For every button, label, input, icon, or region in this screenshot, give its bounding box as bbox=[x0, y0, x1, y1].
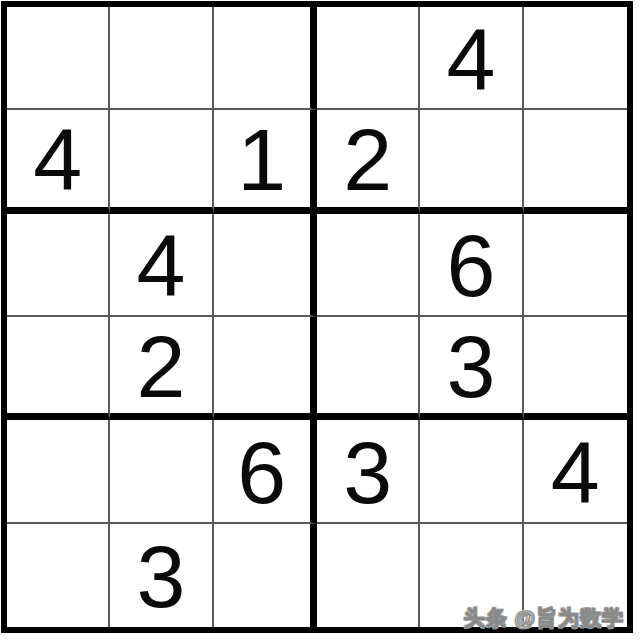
cell-r3c2[interactable]: 4 bbox=[110, 214, 213, 317]
cell-r4c4[interactable] bbox=[317, 317, 420, 420]
cell-r5c3[interactable]: 6 bbox=[214, 420, 317, 523]
cell-r3c4[interactable] bbox=[317, 214, 420, 317]
cell-r3c6[interactable] bbox=[524, 214, 627, 317]
cell-r6c4[interactable] bbox=[317, 524, 420, 627]
cell-r6c6[interactable] bbox=[524, 524, 627, 627]
cell-r5c4[interactable]: 3 bbox=[317, 420, 420, 523]
cell-r3c3[interactable] bbox=[214, 214, 317, 317]
cell-r4c3[interactable] bbox=[214, 317, 317, 420]
cell-r2c3[interactable]: 1 bbox=[214, 110, 317, 213]
cell-r4c2[interactable]: 2 bbox=[110, 317, 213, 420]
cell-r1c2[interactable] bbox=[110, 7, 213, 110]
cell-r6c3[interactable] bbox=[214, 524, 317, 627]
cell-r2c6[interactable] bbox=[524, 110, 627, 213]
cell-r1c6[interactable] bbox=[524, 7, 627, 110]
cell-r6c2[interactable]: 3 bbox=[110, 524, 213, 627]
cell-r5c1[interactable] bbox=[7, 420, 110, 523]
cell-r2c4[interactable]: 2 bbox=[317, 110, 420, 213]
sudoku-board: 441246236343 bbox=[1, 1, 633, 633]
cell-r1c4[interactable] bbox=[317, 7, 420, 110]
cell-r5c2[interactable] bbox=[110, 420, 213, 523]
cell-r5c6[interactable]: 4 bbox=[524, 420, 627, 523]
cell-r5c5[interactable] bbox=[420, 420, 523, 523]
cell-r2c5[interactable] bbox=[420, 110, 523, 213]
cell-r2c1[interactable]: 4 bbox=[7, 110, 110, 213]
cell-r3c1[interactable] bbox=[7, 214, 110, 317]
cell-r1c3[interactable] bbox=[214, 7, 317, 110]
cell-r6c5[interactable] bbox=[420, 524, 523, 627]
cell-r1c1[interactable] bbox=[7, 7, 110, 110]
cell-r4c6[interactable] bbox=[524, 317, 627, 420]
cell-r3c5[interactable]: 6 bbox=[420, 214, 523, 317]
cell-r6c1[interactable] bbox=[7, 524, 110, 627]
cell-r4c1[interactable] bbox=[7, 317, 110, 420]
cell-r2c2[interactable] bbox=[110, 110, 213, 213]
cell-r4c5[interactable]: 3 bbox=[420, 317, 523, 420]
cell-r1c5[interactable]: 4 bbox=[420, 7, 523, 110]
